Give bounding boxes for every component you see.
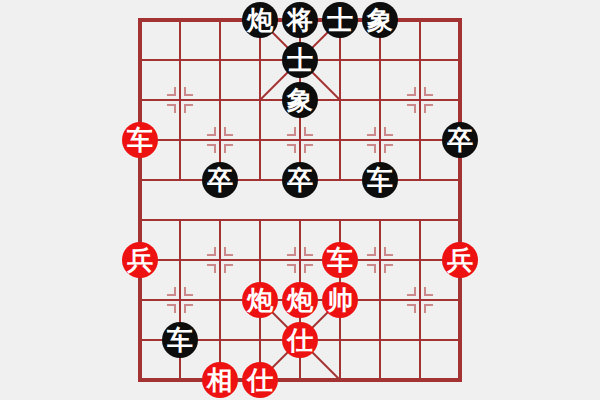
piece-black-chariot[interactable]: 车 [162, 322, 198, 358]
piece-black-cannon[interactable]: 炮 [242, 2, 278, 38]
piece-black-general[interactable]: 将 [282, 2, 318, 38]
piece-black-soldier[interactable]: 卒 [442, 122, 478, 158]
piece-red-cannon[interactable]: 炮 [282, 282, 318, 318]
piece-black-advisor[interactable]: 士 [282, 42, 318, 78]
page-root: 炮将士象士象车卒卒卒车兵车兵炮炮帅车仕相仕 [0, 0, 600, 400]
piece-red-elephant[interactable]: 相 [202, 362, 238, 398]
piece-red-cannon[interactable]: 炮 [242, 282, 278, 318]
piece-black-soldier[interactable]: 卒 [282, 162, 318, 198]
piece-black-soldier[interactable]: 卒 [202, 162, 238, 198]
piece-black-elephant[interactable]: 象 [282, 82, 318, 118]
piece-black-chariot[interactable]: 车 [362, 162, 398, 198]
piece-red-soldier[interactable]: 兵 [442, 242, 478, 278]
piece-red-advisor[interactable]: 仕 [242, 362, 278, 398]
piece-red-general[interactable]: 帅 [322, 282, 358, 318]
piece-black-advisor[interactable]: 士 [322, 2, 358, 38]
piece-red-chariot[interactable]: 车 [322, 242, 358, 278]
pieces-layer: 炮将士象士象车卒卒卒车兵车兵炮炮帅车仕相仕 [0, 0, 600, 400]
piece-red-soldier[interactable]: 兵 [122, 242, 158, 278]
piece-red-advisor[interactable]: 仕 [282, 322, 318, 358]
piece-black-elephant[interactable]: 象 [362, 2, 398, 38]
piece-red-chariot[interactable]: 车 [122, 122, 158, 158]
